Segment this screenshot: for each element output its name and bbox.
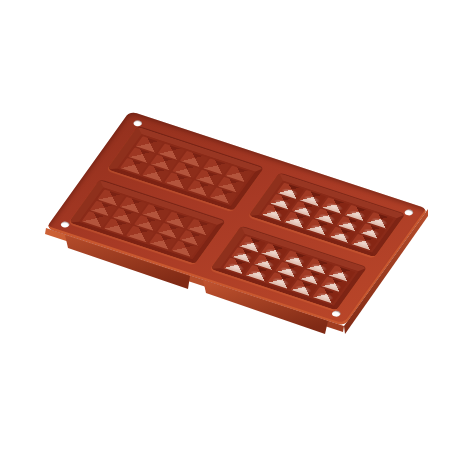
cavity-grid xyxy=(69,127,405,311)
product-photo-canvas xyxy=(0,0,458,458)
hanging-hole-top-right xyxy=(403,209,414,217)
hanging-hole-bottom-right xyxy=(330,310,341,318)
